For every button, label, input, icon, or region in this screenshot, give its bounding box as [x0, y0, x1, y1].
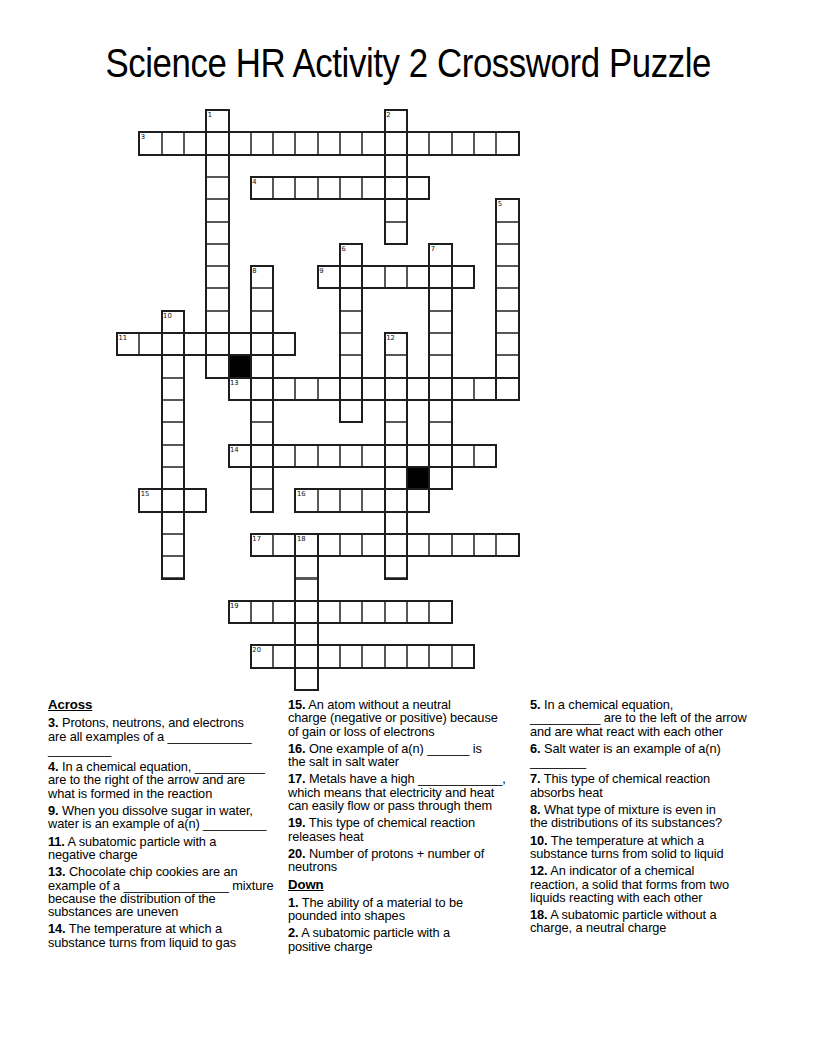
clues-column-middle: 15. An atom without a neutral charge (ne… — [288, 698, 538, 957]
clue-number-label: 10. — [530, 833, 548, 848]
grid-cell[interactable] — [161, 488, 185, 512]
grid-cell[interactable] — [384, 354, 408, 378]
grid-cell[interactable] — [272, 600, 296, 624]
black-cell — [406, 466, 430, 490]
grid-cell[interactable] — [361, 377, 385, 401]
grid-cell[interactable] — [339, 399, 363, 423]
clue-item-12: 12. An indicator of a chemical reaction,… — [530, 864, 788, 904]
grid-cell[interactable] — [272, 444, 296, 468]
grid-cell[interactable] — [339, 354, 363, 378]
clue-item-13: 13. Chocolate chip cookies are an exampl… — [48, 865, 298, 918]
grid-cell[interactable] — [339, 444, 363, 468]
grid-cell[interactable] — [384, 154, 408, 178]
clue-item-1: 1. The ability of a material to be pound… — [288, 896, 538, 923]
grid-cell[interactable] — [138, 332, 162, 356]
grid-cell[interactable] — [205, 310, 229, 334]
clue-item-6: 6. Salt water is an example of a(n) ____… — [530, 742, 788, 769]
grid-cell[interactable] — [428, 466, 452, 490]
clue-number-label: 3. — [48, 715, 58, 730]
cell-number-4: 4 — [252, 178, 256, 186]
grid-cell[interactable] — [495, 131, 519, 155]
grid-cell[interactable] — [339, 488, 363, 512]
grid-cell[interactable] — [250, 444, 274, 468]
clues-column-left: Across3. Protons, neutrons, and electron… — [48, 698, 298, 953]
cell-number-2: 2 — [386, 111, 390, 119]
cell-number-5: 5 — [498, 200, 502, 208]
grid-cell[interactable] — [161, 555, 185, 579]
grid-cell[interactable] — [428, 332, 452, 356]
clue-number-label: 4. — [48, 759, 58, 774]
grid-cell[interactable] — [250, 310, 274, 334]
grid-cell[interactable] — [205, 243, 229, 267]
clue-item-16: 16. One example of a(n) ______ is the sa… — [288, 742, 538, 769]
clues-column-right: 5. In a chemical equation, __________ ar… — [530, 698, 788, 939]
grid-cell[interactable] — [294, 176, 318, 200]
clue-number-label: 7. — [530, 771, 540, 786]
cell-number-9: 9 — [319, 267, 323, 275]
grid-cell[interactable] — [317, 131, 341, 155]
grid-cell[interactable] — [250, 131, 274, 155]
grid-cell[interactable] — [250, 488, 274, 512]
clue-item-15: 15. An atom without a neutral charge (ne… — [288, 698, 538, 738]
grid-cell[interactable] — [294, 644, 318, 668]
cell-number-15: 15 — [141, 490, 150, 498]
grid-cell[interactable] — [495, 310, 519, 334]
grid-cell[interactable] — [495, 265, 519, 289]
grid-cell[interactable] — [406, 265, 430, 289]
grid-cell[interactable] — [317, 444, 341, 468]
grid-cell[interactable] — [361, 600, 385, 624]
grid-cell[interactable] — [339, 131, 363, 155]
clue-item-19: 19. This type of chemical reaction relea… — [288, 816, 538, 843]
clue-number-label: 6. — [530, 741, 540, 756]
grid-cell[interactable] — [294, 622, 318, 646]
grid-cell[interactable] — [317, 644, 341, 668]
cell-number-1: 1 — [208, 111, 212, 119]
grid-cell[interactable] — [428, 131, 452, 155]
clue-number-label: 9. — [48, 803, 58, 818]
grid-cell[interactable] — [317, 176, 341, 200]
grid-cell[interactable] — [317, 377, 341, 401]
grid-cell[interactable] — [294, 377, 318, 401]
clue-item-7: 7. This type of chemical reaction absorb… — [530, 772, 788, 799]
grid-cell[interactable] — [228, 332, 252, 356]
grid-cell[interactable] — [161, 511, 185, 535]
grid-cell[interactable] — [384, 466, 408, 490]
clue-item-9: 9. When you dissolve sugar in water, wat… — [48, 804, 298, 831]
grid-cell[interactable] — [473, 444, 497, 468]
grid-cell[interactable] — [205, 198, 229, 222]
clue-item-20: 20. Number of protons + number of neutro… — [288, 847, 538, 874]
grid-cell[interactable] — [161, 131, 185, 155]
grid-cell[interactable] — [495, 533, 519, 557]
grid-cell[interactable] — [317, 533, 341, 557]
clue-number-label: 2. — [288, 925, 298, 940]
grid-cell[interactable] — [384, 131, 408, 155]
cell-number-19: 19 — [230, 602, 239, 610]
grid-cell[interactable] — [473, 377, 497, 401]
cell-number-3: 3 — [141, 133, 145, 141]
grid-cell[interactable] — [161, 399, 185, 423]
grid-cell[interactable] — [272, 176, 296, 200]
clue-number-label: 12. — [530, 863, 548, 878]
grid-cell[interactable] — [250, 399, 274, 423]
grid-cell[interactable] — [161, 377, 185, 401]
grid-cell[interactable] — [451, 265, 475, 289]
cell-number-16: 16 — [297, 490, 306, 498]
grid-cell[interactable] — [451, 131, 475, 155]
clue-item-11: 11. A subatomic particle with a negative… — [48, 835, 298, 862]
grid-cell[interactable] — [406, 377, 430, 401]
grid-cell[interactable] — [339, 600, 363, 624]
grid-cell[interactable] — [205, 265, 229, 289]
grid-cell[interactable] — [205, 221, 229, 245]
cell-number-18: 18 — [297, 535, 306, 543]
clue-number-label: 14. — [48, 921, 66, 936]
grid-cell[interactable] — [428, 310, 452, 334]
grid-cell[interactable] — [250, 421, 274, 445]
cell-number-8: 8 — [252, 267, 256, 275]
clue-number-label: 13. — [48, 864, 66, 879]
clue-number-label: 5. — [530, 697, 540, 712]
clue-item-17: 17. Metals have a high ____________, whi… — [288, 772, 538, 812]
grid-cell[interactable] — [161, 354, 185, 378]
grid-cell[interactable] — [294, 555, 318, 579]
grid-cell[interactable] — [161, 444, 185, 468]
grid-cell[interactable] — [272, 533, 296, 557]
grid-cell[interactable] — [495, 377, 519, 401]
grid-cell[interactable] — [339, 644, 363, 668]
cell-number-12: 12 — [386, 334, 395, 342]
grid-cell[interactable] — [428, 287, 452, 311]
grid-cell[interactable] — [294, 667, 318, 691]
grid-cell[interactable] — [495, 221, 519, 245]
cell-number-10: 10 — [163, 312, 172, 320]
grid-cell[interactable] — [183, 332, 207, 356]
grid-cell[interactable] — [205, 131, 229, 155]
black-cell — [228, 354, 252, 378]
grid-cell[interactable] — [384, 399, 408, 423]
grid-cell[interactable] — [428, 600, 452, 624]
cell-number-11: 11 — [119, 334, 128, 342]
grid-cell[interactable] — [339, 533, 363, 557]
grid-cell[interactable] — [339, 265, 363, 289]
grid-cell[interactable] — [361, 644, 385, 668]
grid-cell[interactable] — [294, 600, 318, 624]
grid-cell[interactable] — [161, 466, 185, 490]
grid-cell[interactable] — [428, 399, 452, 423]
clue-number-label: 18. — [530, 907, 548, 922]
grid-cell[interactable] — [361, 444, 385, 468]
clue-item-2: 2. A subatomic particle with a positive … — [288, 926, 538, 953]
clue-number-label: 17. — [288, 771, 306, 786]
grid-cell[interactable] — [384, 198, 408, 222]
grid-cell[interactable] — [406, 600, 430, 624]
grid-cell[interactable] — [205, 287, 229, 311]
grid-cell[interactable] — [406, 176, 430, 200]
clue-number-label: 16. — [288, 741, 306, 756]
grid-cell[interactable] — [339, 377, 363, 401]
grid-cell[interactable] — [361, 131, 385, 155]
grid-cell[interactable] — [428, 644, 452, 668]
clue-item-8: 8. What type of mixture is even in the d… — [530, 803, 788, 830]
grid-cell[interactable] — [384, 176, 408, 200]
grid-cell[interactable] — [406, 488, 430, 512]
grid-cell[interactable] — [183, 488, 207, 512]
grid-cell[interactable] — [161, 421, 185, 445]
grid-cell[interactable] — [384, 644, 408, 668]
grid-cell[interactable] — [495, 243, 519, 267]
cell-number-7: 7 — [431, 245, 435, 253]
grid-cell[interactable] — [250, 354, 274, 378]
grid-cell[interactable] — [161, 332, 185, 356]
grid-cell[interactable] — [384, 421, 408, 445]
grid-cell[interactable] — [428, 421, 452, 445]
across-header: Across — [48, 698, 298, 711]
grid-cell[interactable] — [250, 600, 274, 624]
clue-item-3: 3. Protons, neutrons, and electrons are … — [48, 716, 298, 756]
grid-cell[interactable] — [339, 310, 363, 334]
grid-cell[interactable] — [361, 488, 385, 512]
clue-item-14: 14. The temperature at which a substance… — [48, 922, 298, 949]
grid-cell[interactable] — [406, 533, 430, 557]
cell-number-17: 17 — [252, 535, 261, 543]
clue-number-label: 20. — [288, 846, 306, 861]
grid-cell[interactable] — [272, 332, 296, 356]
grid-cell[interactable] — [384, 533, 408, 557]
cell-number-13: 13 — [230, 379, 239, 387]
grid-cell[interactable] — [451, 533, 475, 557]
crossword-board: 1234567891011121314151617181920 — [0, 0, 816, 700]
grid-cell[interactable] — [294, 444, 318, 468]
down-header: Down — [288, 878, 538, 891]
grid-cell[interactable] — [228, 131, 252, 155]
clue-item-18: 18. A subatomic particle without a charg… — [530, 908, 788, 935]
grid-cell[interactable] — [361, 533, 385, 557]
grid-cell[interactable] — [161, 533, 185, 557]
clue-number-label: 1. — [288, 895, 298, 910]
grid-cell[interactable] — [339, 332, 363, 356]
grid-cell[interactable] — [384, 511, 408, 535]
cell-number-20: 20 — [252, 646, 261, 654]
grid-cell[interactable] — [205, 332, 229, 356]
grid-cell[interactable] — [406, 444, 430, 468]
clue-number-label: 8. — [530, 802, 540, 817]
grid-cell[interactable] — [428, 377, 452, 401]
grid-cell[interactable] — [294, 578, 318, 602]
grid-cell[interactable] — [294, 131, 318, 155]
grid-cell[interactable] — [272, 644, 296, 668]
grid-cell[interactable] — [250, 332, 274, 356]
grid-cell[interactable] — [339, 176, 363, 200]
grid-cell[interactable] — [272, 131, 296, 155]
grid-cell[interactable] — [272, 377, 296, 401]
grid-cell[interactable] — [473, 131, 497, 155]
grid-cell[interactable] — [428, 265, 452, 289]
clue-item-10: 10. The temperature at which a substance… — [530, 834, 788, 861]
grid-cell[interactable] — [250, 287, 274, 311]
grid-cell[interactable] — [495, 287, 519, 311]
grid-cell[interactable] — [406, 644, 430, 668]
grid-cell[interactable] — [361, 176, 385, 200]
grid-cell[interactable] — [495, 332, 519, 356]
grid-cell[interactable] — [451, 644, 475, 668]
grid-cell[interactable] — [406, 131, 430, 155]
grid-cell[interactable] — [250, 466, 274, 490]
grid-cell[interactable] — [317, 488, 341, 512]
grid-cell[interactable] — [384, 265, 408, 289]
grid-cell[interactable] — [317, 600, 341, 624]
grid-cell[interactable] — [205, 176, 229, 200]
grid-cell[interactable] — [495, 354, 519, 378]
grid-cell[interactable] — [361, 265, 385, 289]
clue-item-5: 5. In a chemical equation, __________ ar… — [530, 698, 788, 738]
clue-number-label: 19. — [288, 815, 306, 830]
grid-cell[interactable] — [205, 354, 229, 378]
grid-cell[interactable] — [451, 444, 475, 468]
grid-cell[interactable] — [183, 131, 207, 155]
grid-cell[interactable] — [250, 377, 274, 401]
cell-number-14: 14 — [230, 446, 239, 454]
grid-cell[interactable] — [339, 287, 363, 311]
cell-number-6: 6 — [342, 245, 346, 253]
grid-cell[interactable] — [384, 221, 408, 245]
grid-cell[interactable] — [451, 377, 475, 401]
grid-cell[interactable] — [384, 488, 408, 512]
grid-cell[interactable] — [384, 377, 408, 401]
grid-cell[interactable] — [384, 444, 408, 468]
clue-number-label: 15. — [288, 697, 306, 712]
grid-cell[interactable] — [473, 533, 497, 557]
grid-cell[interactable] — [428, 444, 452, 468]
clue-number-label: 11. — [48, 834, 65, 849]
grid-cell[interactable] — [384, 600, 408, 624]
grid-cell[interactable] — [384, 555, 408, 579]
grid-cell[interactable] — [205, 154, 229, 178]
grid-cell[interactable] — [428, 354, 452, 378]
grid-cell[interactable] — [428, 533, 452, 557]
clue-item-4: 4. In a chemical equation, __________ ar… — [48, 760, 298, 800]
